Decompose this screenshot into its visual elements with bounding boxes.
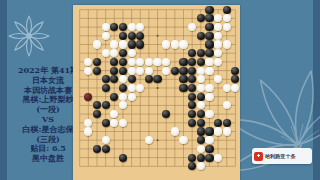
black-stone (102, 119, 110, 127)
black-stone (119, 58, 127, 66)
video-thumbnail: 2022年 第41期 日本女流 本因坊战本赛 黑棋:上野梨纱 (一段) VS 白… (0, 0, 320, 180)
black-stone (110, 67, 118, 75)
white-stone (128, 23, 136, 31)
white-stone (171, 127, 179, 135)
white-stone (214, 154, 222, 162)
white-stone (119, 93, 127, 101)
black-stone (93, 58, 101, 66)
white-stone (128, 67, 136, 75)
white-stone (128, 49, 136, 57)
white-stone (205, 136, 213, 144)
black-stone (128, 32, 136, 40)
black-stone (136, 40, 144, 48)
white-stone (110, 40, 118, 48)
white-stone (128, 58, 136, 66)
white-stone (102, 32, 110, 40)
black-stone (205, 127, 213, 135)
black-stone (205, 23, 213, 31)
white-stone (179, 40, 187, 48)
black-stone (119, 32, 127, 40)
white-stone (102, 23, 110, 31)
black-stone (197, 127, 205, 135)
black-stone (119, 84, 127, 92)
white-stone (205, 110, 213, 118)
white-stone (145, 58, 153, 66)
white-stone (162, 67, 170, 75)
black-stone (188, 119, 196, 127)
white-stone (84, 127, 92, 135)
black-stone (205, 40, 213, 48)
black-stone (205, 32, 213, 40)
white-stone (128, 84, 136, 92)
white-stone (162, 40, 170, 48)
white-stone (102, 49, 110, 57)
black-stone (119, 67, 127, 75)
black-stone (205, 14, 213, 22)
watermark-logo-icon (254, 152, 263, 161)
white-stone (197, 145, 205, 153)
black-stone (205, 154, 213, 162)
black-stone (179, 58, 187, 66)
black-stone (223, 6, 231, 14)
black-stone (188, 93, 196, 101)
black-stone (223, 119, 231, 127)
white-stone (205, 93, 213, 101)
white-stone (205, 67, 213, 75)
white-stone (205, 58, 213, 66)
black-stone (179, 84, 187, 92)
go-board (73, 5, 240, 180)
black-stone (93, 67, 101, 75)
white-stone (197, 67, 205, 75)
black-stone (179, 67, 187, 75)
black-stone (197, 119, 205, 127)
black-stone (205, 6, 213, 14)
white-stone (102, 136, 110, 144)
white-stone (205, 84, 213, 92)
black-stone (197, 58, 205, 66)
black-stone (197, 93, 205, 101)
white-stone (214, 40, 222, 48)
black-stone (188, 67, 196, 75)
black-stone (119, 154, 127, 162)
black-stone (93, 145, 101, 153)
black-stone (128, 75, 136, 83)
right-border-strip (313, 0, 320, 180)
white-stone (119, 40, 127, 48)
black-stone (128, 40, 136, 48)
white-stone (136, 67, 144, 75)
black-stone (188, 154, 196, 162)
white-stone (214, 32, 222, 40)
black-stone (214, 119, 222, 127)
watermark-text: 哈利路亚十条 (265, 152, 296, 160)
black-stone (102, 84, 110, 92)
black-stone (153, 75, 161, 83)
white-stone (145, 67, 153, 75)
white-stone (223, 84, 231, 92)
black-stone (205, 145, 213, 153)
watermark-badge: 哈利路亚十条 (252, 148, 312, 164)
white-stone (171, 40, 179, 48)
black-stone (179, 75, 187, 83)
white-stone (223, 127, 231, 135)
white-stone (197, 84, 205, 92)
black-stone (102, 145, 110, 153)
white-stone (214, 127, 222, 135)
black-stone (197, 110, 205, 118)
flower-icon (6, 13, 52, 59)
black-stone (197, 32, 205, 40)
white-stone (128, 93, 136, 101)
black-stone (197, 154, 205, 162)
black-stone (205, 49, 213, 57)
black-stone (171, 67, 179, 75)
white-stone (179, 136, 187, 144)
white-stone (93, 40, 101, 48)
white-stone (223, 40, 231, 48)
white-stone (153, 58, 161, 66)
white-stone (223, 23, 231, 31)
white-stone (119, 119, 127, 127)
